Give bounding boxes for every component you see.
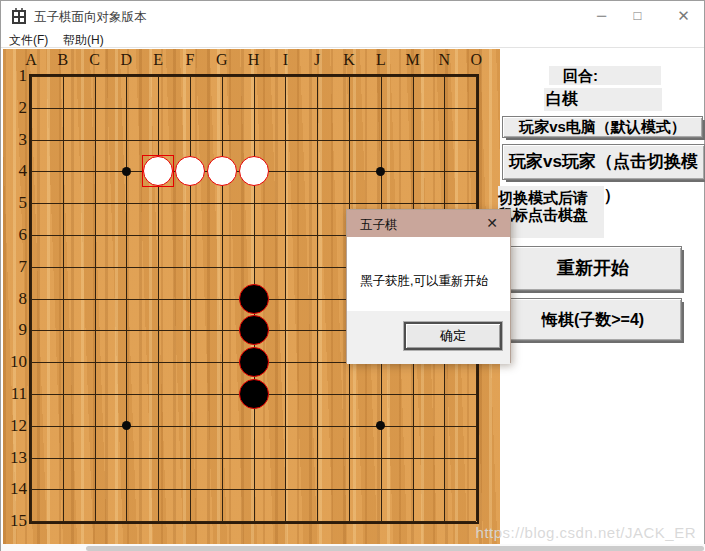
stone-black — [239, 315, 269, 345]
row-label: 15 — [3, 511, 27, 531]
row-label: 6 — [3, 225, 27, 245]
mode-pvp-button[interactable]: 玩家vs玩家（点击切换模式） — [502, 144, 705, 180]
mode-hint-line2: 鼠标点击棋盘 — [498, 206, 604, 223]
row-label: 1 — [3, 66, 27, 86]
column-label: H — [241, 51, 267, 69]
dialog-body: 黑子获胜,可以重新开始 — [347, 237, 510, 311]
dialog-footer: 确定 — [347, 311, 510, 364]
column-label: E — [145, 51, 171, 69]
menu-help[interactable]: 帮助(H) — [63, 32, 104, 49]
dialog-close-icon[interactable]: ✕ — [483, 215, 501, 231]
stone-white — [239, 156, 269, 186]
close-button[interactable]: ✕ — [661, 1, 705, 31]
row-label: 12 — [3, 416, 27, 436]
column-label: O — [463, 51, 489, 69]
stone-black — [239, 347, 269, 377]
column-label: J — [304, 51, 330, 69]
undo-button[interactable]: 悔棋(子数>=4) — [504, 298, 682, 341]
stone-black — [239, 284, 269, 314]
row-label: 7 — [3, 257, 27, 277]
mode-hint-line1: 切换模式后请 — [498, 189, 604, 206]
column-label: D — [113, 51, 139, 69]
app-icon — [11, 8, 27, 24]
menu-bar: 文件(F) 帮助(H) — [1, 31, 704, 48]
window-title: 五子棋面向对象版本 — [34, 9, 147, 26]
app-window: 五子棋面向对象版本 ─ □ ✕ 文件(F) 帮助(H) ABCDEFGHIJKL… — [0, 0, 705, 551]
row-label: 10 — [3, 352, 27, 372]
maximize-button[interactable]: □ — [615, 1, 660, 31]
column-label: B — [50, 51, 76, 69]
column-label: F — [177, 51, 203, 69]
row-label: 14 — [3, 479, 27, 499]
dialog-ok-button[interactable]: 确定 — [404, 322, 502, 350]
star-point — [122, 167, 131, 176]
column-label: M — [400, 51, 426, 69]
mode-default-button[interactable]: 玩家vs电脑（默认模式） — [502, 116, 703, 138]
stone-white — [207, 156, 237, 186]
round-label: 回合: — [549, 66, 661, 85]
column-label: I — [272, 51, 298, 69]
win-dialog: 五子棋 ✕ 黑子获胜,可以重新开始 确定 — [346, 209, 511, 363]
bottom-scrollbar[interactable] — [86, 546, 704, 551]
stone-black — [239, 379, 269, 409]
turn-indicator: 白棋 — [544, 88, 662, 111]
column-label: C — [82, 51, 108, 69]
column-label: L — [368, 51, 394, 69]
row-label: 4 — [3, 161, 27, 181]
row-label: 2 — [3, 98, 27, 118]
column-label: N — [431, 51, 457, 69]
dialog-message: 黑子获胜,可以重新开始 — [360, 273, 488, 290]
row-label: 9 — [3, 320, 27, 340]
dialog-title-bar[interactable]: 五子棋 ✕ — [347, 210, 510, 237]
mode-hint-label: 切换模式后请 鼠标点击棋盘 — [498, 186, 604, 238]
row-label: 11 — [3, 384, 27, 404]
watermark: https://blog.csdn.net/JACK_ER — [476, 524, 696, 541]
bottom-strip — [1, 544, 705, 551]
dialog-title: 五子棋 — [360, 217, 398, 234]
row-label: 5 — [3, 193, 27, 213]
column-label: K — [336, 51, 362, 69]
row-label: 3 — [3, 130, 27, 150]
row-label: 8 — [3, 289, 27, 309]
column-label: G — [209, 51, 235, 69]
menu-file[interactable]: 文件(F) — [9, 32, 48, 49]
row-label: 13 — [3, 448, 27, 468]
title-bar: 五子棋面向对象版本 ─ □ ✕ — [1, 1, 704, 31]
restart-button[interactable]: 重新开始 — [504, 246, 682, 291]
